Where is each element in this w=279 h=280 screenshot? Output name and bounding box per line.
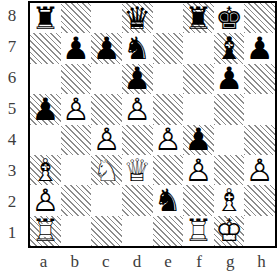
piece-black-pawn[interactable]: ♟	[122, 64, 153, 94]
piece-glyph: ♟	[30, 94, 61, 124]
square-e6[interactable]	[153, 64, 184, 94]
piece-white-rook[interactable]: ♜♖	[183, 216, 214, 246]
piece-black-king[interactable]: ♚	[214, 3, 245, 33]
piece-glyph: ♝	[214, 33, 245, 63]
square-a8[interactable]: ♜	[30, 3, 61, 33]
square-g4[interactable]	[214, 125, 245, 155]
square-h3[interactable]: ♟♙	[244, 155, 275, 185]
square-d2[interactable]	[122, 185, 153, 215]
piece-white-pawn[interactable]: ♟♙	[122, 94, 153, 124]
piece-glyph: ♖	[30, 216, 61, 246]
piece-white-pawn[interactable]: ♟♙	[61, 94, 92, 124]
square-a5[interactable]: ♟	[30, 94, 61, 124]
piece-white-queen[interactable]: ♛♕	[122, 155, 153, 185]
square-b1[interactable]	[61, 216, 92, 246]
square-g7[interactable]: ♝	[214, 33, 245, 63]
piece-glyph: ♙	[122, 94, 153, 124]
square-e1[interactable]	[153, 216, 184, 246]
file-label-e: e	[153, 251, 184, 273]
piece-black-pawn[interactable]: ♟	[91, 33, 122, 63]
piece-glyph: ♙	[153, 125, 184, 155]
square-a2[interactable]: ♟♙	[30, 185, 61, 215]
piece-glyph: ♞	[153, 185, 184, 215]
piece-glyph: ♟	[244, 33, 275, 63]
piece-black-pawn[interactable]: ♟	[30, 94, 61, 124]
square-g1[interactable]: ♚♔	[214, 216, 245, 246]
square-d7[interactable]: ♞	[122, 33, 153, 63]
piece-glyph: ♙	[30, 185, 61, 215]
file-label-d: d	[121, 251, 152, 273]
rank-label-4: 4	[0, 125, 24, 156]
square-c3[interactable]: ♞♘	[91, 155, 122, 185]
piece-glyph: ♗	[214, 185, 245, 215]
piece-black-bishop[interactable]: ♝	[214, 33, 245, 63]
piece-black-pawn[interactable]: ♟	[214, 64, 245, 94]
piece-black-knight[interactable]: ♞	[153, 185, 184, 215]
square-g6[interactable]: ♟	[214, 64, 245, 94]
file-labels: abcdefgh	[28, 251, 277, 273]
square-a7[interactable]	[30, 33, 61, 63]
square-g8[interactable]: ♚	[214, 3, 245, 33]
square-b3[interactable]	[61, 155, 92, 185]
piece-glyph: ♟	[122, 64, 153, 94]
piece-glyph: ♔	[214, 216, 245, 246]
piece-black-pawn[interactable]: ♟	[183, 125, 214, 155]
square-f3[interactable]: ♟♙	[183, 155, 214, 185]
piece-glyph: ♜	[30, 3, 61, 33]
piece-glyph: ♙	[183, 155, 214, 185]
piece-white-knight[interactable]: ♞♘	[91, 155, 122, 185]
file-label-f: f	[184, 251, 215, 273]
square-b7[interactable]: ♟	[61, 33, 92, 63]
rank-label-8: 8	[0, 1, 24, 32]
square-h4[interactable]	[244, 125, 275, 155]
piece-glyph: ♙	[61, 94, 92, 124]
file-label-a: a	[28, 251, 59, 273]
square-d5[interactable]: ♟♙	[122, 94, 153, 124]
square-f2[interactable]	[183, 185, 214, 215]
square-e3[interactable]	[153, 155, 184, 185]
square-e5[interactable]	[153, 94, 184, 124]
square-b5[interactable]: ♟♙	[61, 94, 92, 124]
square-e4[interactable]: ♟♙	[153, 125, 184, 155]
square-d6[interactable]: ♟	[122, 64, 153, 94]
square-d3[interactable]: ♛♕	[122, 155, 153, 185]
piece-glyph: ♛	[122, 3, 153, 33]
piece-black-queen[interactable]: ♛	[122, 3, 153, 33]
square-h8[interactable]	[244, 3, 275, 33]
square-b2[interactable]	[61, 185, 92, 215]
square-b6[interactable]	[61, 64, 92, 94]
square-e2[interactable]: ♞	[153, 185, 184, 215]
piece-white-rook[interactable]: ♜♖	[30, 216, 61, 246]
square-f8[interactable]: ♜	[183, 3, 214, 33]
square-d4[interactable]	[122, 125, 153, 155]
piece-glyph: ♚	[214, 3, 245, 33]
square-f4[interactable]: ♟	[183, 125, 214, 155]
rank-label-5: 5	[0, 94, 24, 125]
square-c7[interactable]: ♟	[91, 33, 122, 63]
piece-white-bishop[interactable]: ♝♗	[30, 155, 61, 185]
square-c4[interactable]: ♟♙	[91, 125, 122, 155]
square-f7[interactable]	[183, 33, 214, 63]
piece-white-pawn[interactable]: ♟♙	[244, 155, 275, 185]
piece-white-pawn[interactable]: ♟♙	[153, 125, 184, 155]
square-a6[interactable]	[30, 64, 61, 94]
chess-board[interactable]: ♜♛♜♚♟♟♞♝♟♟♟♟♟♙♟♙♟♙♟♙♟♝♗♞♘♛♕♟♙♟♙♟♙♞♝♗♜♖♜♖…	[28, 1, 277, 248]
square-c5[interactable]	[91, 94, 122, 124]
square-h5[interactable]	[244, 94, 275, 124]
piece-white-pawn[interactable]: ♟♙	[183, 155, 214, 185]
square-g3[interactable]	[214, 155, 245, 185]
square-g5[interactable]	[214, 94, 245, 124]
piece-black-rook[interactable]: ♜	[30, 3, 61, 33]
square-h1[interactable]	[244, 216, 275, 246]
square-g2[interactable]: ♝♗	[214, 185, 245, 215]
piece-black-rook[interactable]: ♜	[183, 3, 214, 33]
square-c1[interactable]	[91, 216, 122, 246]
square-h7[interactable]: ♟	[244, 33, 275, 63]
square-a4[interactable]	[30, 125, 61, 155]
square-b8[interactable]	[61, 3, 92, 33]
square-f5[interactable]	[183, 94, 214, 124]
piece-glyph: ♟	[214, 64, 245, 94]
piece-white-pawn[interactable]: ♟♙	[91, 125, 122, 155]
piece-glyph: ♜	[183, 3, 214, 33]
piece-black-pawn[interactable]: ♟	[244, 33, 275, 63]
piece-glyph: ♞	[122, 33, 153, 63]
piece-black-pawn[interactable]: ♟	[61, 33, 92, 63]
square-c6[interactable]	[91, 64, 122, 94]
piece-glyph: ♟	[61, 33, 92, 63]
square-d8[interactable]: ♛	[122, 3, 153, 33]
file-label-g: g	[215, 251, 246, 273]
square-c8[interactable]	[91, 3, 122, 33]
square-e7[interactable]	[153, 33, 184, 63]
piece-glyph: ♙	[244, 155, 275, 185]
piece-black-knight[interactable]: ♞	[122, 33, 153, 63]
rank-label-2: 2	[0, 186, 24, 217]
rank-label-7: 7	[0, 32, 24, 63]
square-h2[interactable]	[244, 185, 275, 215]
square-e8[interactable]	[153, 3, 184, 33]
file-label-c: c	[90, 251, 121, 273]
square-a3[interactable]: ♝♗	[30, 155, 61, 185]
piece-glyph: ♟	[183, 125, 214, 155]
rank-label-6: 6	[0, 63, 24, 94]
piece-white-bishop[interactable]: ♝♗	[214, 185, 245, 215]
piece-white-pawn[interactable]: ♟♙	[30, 185, 61, 215]
piece-white-king[interactable]: ♚♔	[214, 216, 245, 246]
rank-label-3: 3	[0, 155, 24, 186]
file-label-b: b	[59, 251, 90, 273]
square-f6[interactable]	[183, 64, 214, 94]
piece-glyph: ♙	[91, 125, 122, 155]
piece-glyph: ♘	[91, 155, 122, 185]
square-f1[interactable]: ♜♖	[183, 216, 214, 246]
rank-label-1: 1	[0, 217, 24, 248]
square-c2[interactable]	[91, 185, 122, 215]
square-a1[interactable]: ♜♖	[30, 216, 61, 246]
square-h6[interactable]	[244, 64, 275, 94]
rank-labels: 87654321	[0, 1, 24, 248]
piece-glyph: ♗	[30, 155, 61, 185]
file-label-h: h	[246, 251, 277, 273]
square-b4[interactable]	[61, 125, 92, 155]
piece-glyph: ♖	[183, 216, 214, 246]
piece-glyph: ♕	[122, 155, 153, 185]
piece-glyph: ♟	[91, 33, 122, 63]
square-d1[interactable]	[122, 216, 153, 246]
chess-diagram: 87654321 ♜♛♜♚♟♟♞♝♟♟♟♟♟♙♟♙♟♙♟♙♟♝♗♞♘♛♕♟♙♟♙…	[0, 0, 279, 280]
